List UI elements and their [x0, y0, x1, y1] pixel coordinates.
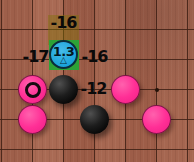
pink-stone[interactable] [18, 105, 47, 134]
score-annotation: -16 [51, 15, 77, 31]
star-point [155, 88, 159, 92]
go-board[interactable]: 1.3△-16-17-16-12 [0, 0, 194, 162]
score-annotation: -17 [23, 49, 49, 65]
score-annotation: -16 [82, 49, 108, 65]
triangle-marker-icon: △ [60, 57, 67, 64]
last-move-circle-marker [25, 82, 41, 98]
grid-line-vertical [156, 0, 157, 162]
grid-line-vertical [187, 0, 188, 162]
score-annotation: -12 [81, 81, 107, 97]
grid-line-vertical [1, 0, 2, 162]
black-stone[interactable] [49, 75, 78, 104]
grid-line-horizontal [0, 149, 194, 150]
pink-stone[interactable] [111, 75, 140, 104]
pink-stone[interactable] [142, 105, 171, 134]
candidate-move[interactable]: 1.3△ [49, 40, 78, 69]
grid-line-horizontal [0, 29, 194, 30]
pink-stone[interactable] [18, 75, 47, 104]
black-stone[interactable] [80, 105, 109, 134]
